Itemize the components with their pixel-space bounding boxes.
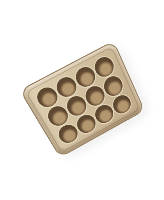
pan-inner-field: [25, 46, 140, 153]
photo-stage: [0, 0, 164, 200]
cup-grid: [25, 46, 140, 153]
muffin-pan: [19, 40, 145, 157]
